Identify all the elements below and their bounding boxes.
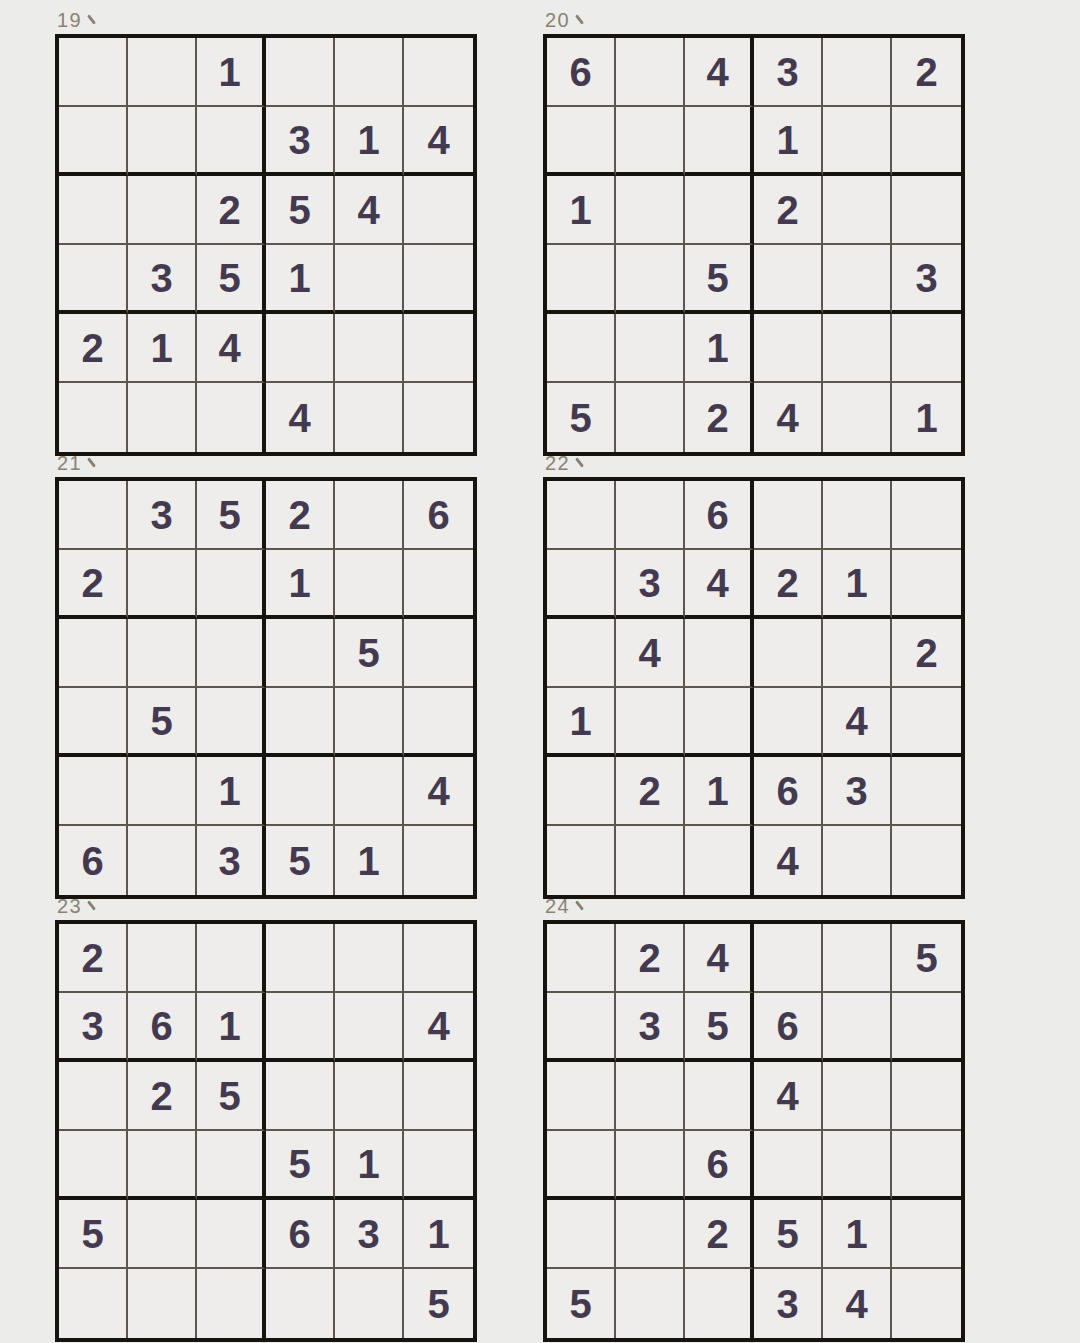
empty-cell-r1c1 xyxy=(59,481,128,550)
given-cell-r5c3: 1 xyxy=(197,757,266,826)
empty-cell-r5c5 xyxy=(335,314,404,383)
empty-cell-r1c4 xyxy=(266,924,335,993)
empty-cell-r6c3 xyxy=(197,383,266,452)
given-cell-r2c2: 3 xyxy=(616,993,685,1062)
empty-cell-r1c1 xyxy=(59,38,128,107)
empty-cell-r4c1 xyxy=(59,1131,128,1200)
puzzle-number-label: 20 xyxy=(545,9,581,31)
empty-cell-r2c6 xyxy=(404,550,473,619)
given-cell-r2c6: 4 xyxy=(404,107,473,176)
given-cell-r5c3: 1 xyxy=(685,757,754,826)
empty-cell-r5c5 xyxy=(335,757,404,826)
given-cell-r2c1: 3 xyxy=(59,993,128,1062)
given-cell-r1c4: 3 xyxy=(754,38,823,107)
given-cell-r3c2: 4 xyxy=(616,619,685,688)
given-cell-r1c1: 2 xyxy=(59,924,128,993)
given-cell-r1c1: 6 xyxy=(547,38,616,107)
puzzle-22: 2263421421421634 xyxy=(543,477,965,899)
empty-cell-r2c5 xyxy=(823,993,892,1062)
puzzle-number-label: 21 xyxy=(57,452,93,474)
empty-cell-r5c1 xyxy=(547,1200,616,1269)
given-cell-r2c1: 2 xyxy=(59,550,128,619)
empty-cell-r6c2 xyxy=(128,1269,197,1338)
empty-cell-r3c3 xyxy=(685,1062,754,1131)
empty-cell-r1c6 xyxy=(404,924,473,993)
given-cell-r3c3: 2 xyxy=(197,176,266,245)
given-cell-r6c1: 5 xyxy=(547,383,616,452)
given-cell-r1c6: 2 xyxy=(892,38,961,107)
given-cell-r4c4: 1 xyxy=(266,245,335,314)
ideographic-comma-mark xyxy=(575,900,584,911)
empty-cell-r4c4 xyxy=(754,1131,823,1200)
empty-cell-r4c6 xyxy=(404,245,473,314)
empty-cell-r4c6 xyxy=(404,688,473,757)
empty-cell-r3c3 xyxy=(685,619,754,688)
empty-cell-r3c1 xyxy=(547,1062,616,1131)
empty-cell-r4c2 xyxy=(128,1131,197,1200)
empty-cell-r6c3 xyxy=(197,1269,266,1338)
given-cell-r2c5: 1 xyxy=(823,550,892,619)
empty-cell-r4c5 xyxy=(335,688,404,757)
empty-cell-r4c2 xyxy=(616,245,685,314)
empty-cell-r4c1 xyxy=(547,1131,616,1200)
given-cell-r4c3: 5 xyxy=(685,245,754,314)
given-cell-r6c4: 4 xyxy=(754,826,823,895)
empty-cell-r2c1 xyxy=(547,550,616,619)
empty-cell-r2c3 xyxy=(197,107,266,176)
given-cell-r5c5: 3 xyxy=(335,1200,404,1269)
given-cell-r1c3: 6 xyxy=(685,481,754,550)
empty-cell-r4c4 xyxy=(754,245,823,314)
given-cell-r2c3: 1 xyxy=(197,993,266,1062)
given-cell-r5c3: 4 xyxy=(197,314,266,383)
given-cell-r6c5: 4 xyxy=(823,1269,892,1338)
given-cell-r6c3: 2 xyxy=(685,383,754,452)
puzzle-19: 1913142543512144 xyxy=(55,34,477,456)
empty-cell-r1c5 xyxy=(823,481,892,550)
puzzle-number-label: 24 xyxy=(545,895,581,917)
empty-cell-r1c1 xyxy=(547,924,616,993)
empty-cell-r4c3 xyxy=(197,1131,266,1200)
given-cell-r2c3: 5 xyxy=(685,993,754,1062)
empty-cell-r6c1 xyxy=(59,383,128,452)
empty-cell-r6c6 xyxy=(404,383,473,452)
given-cell-r5c6: 4 xyxy=(404,757,473,826)
empty-cell-r6c2 xyxy=(128,826,197,895)
empty-cell-r5c1 xyxy=(547,757,616,826)
empty-cell-r4c5 xyxy=(823,1131,892,1200)
given-cell-r5c1: 5 xyxy=(59,1200,128,1269)
empty-cell-r3c6 xyxy=(404,176,473,245)
empty-cell-r3c6 xyxy=(892,1062,961,1131)
empty-cell-r3c2 xyxy=(616,176,685,245)
given-cell-r3c2: 2 xyxy=(128,1062,197,1131)
given-cell-r1c3: 5 xyxy=(197,481,266,550)
given-cell-r6c6: 1 xyxy=(892,383,961,452)
empty-cell-r5c4 xyxy=(266,757,335,826)
given-cell-r4c1: 1 xyxy=(547,688,616,757)
sudoku-board-22: 63421421421634 xyxy=(543,477,965,899)
empty-cell-r6c2 xyxy=(616,826,685,895)
empty-cell-r5c2 xyxy=(616,314,685,383)
given-cell-r5c4: 6 xyxy=(266,1200,335,1269)
empty-cell-r2c5 xyxy=(335,993,404,1062)
empty-cell-r5c4 xyxy=(754,314,823,383)
given-cell-r3c4: 5 xyxy=(266,176,335,245)
puzzle-number-label: 19 xyxy=(57,9,93,31)
empty-cell-r6c1 xyxy=(59,1269,128,1338)
empty-cell-r1c4 xyxy=(754,924,823,993)
empty-cell-r3c6 xyxy=(404,1062,473,1131)
empty-cell-r5c1 xyxy=(59,757,128,826)
given-cell-r6c4: 4 xyxy=(754,383,823,452)
sudoku-board-21: 35262155146351 xyxy=(55,477,477,899)
empty-cell-r2c2 xyxy=(128,550,197,619)
given-cell-r6c4: 5 xyxy=(266,826,335,895)
empty-cell-r1c5 xyxy=(823,924,892,993)
ideographic-comma-mark xyxy=(575,14,584,25)
given-cell-r5c5: 3 xyxy=(823,757,892,826)
empty-cell-r1c5 xyxy=(335,481,404,550)
given-cell-r5c2: 1 xyxy=(128,314,197,383)
empty-cell-r2c6 xyxy=(892,993,961,1062)
puzzle-number: 19 xyxy=(57,9,82,31)
empty-cell-r3c2 xyxy=(128,619,197,688)
given-cell-r2c5: 1 xyxy=(335,107,404,176)
sudoku-board-19: 13142543512144 xyxy=(55,34,477,456)
given-cell-r5c1: 2 xyxy=(59,314,128,383)
empty-cell-r5c4 xyxy=(266,314,335,383)
empty-cell-r4c4 xyxy=(754,688,823,757)
given-cell-r5c3: 2 xyxy=(685,1200,754,1269)
empty-cell-r2c2 xyxy=(616,107,685,176)
empty-cell-r2c1 xyxy=(547,993,616,1062)
given-cell-r2c2: 3 xyxy=(616,550,685,619)
empty-cell-r2c4 xyxy=(266,993,335,1062)
empty-cell-r1c2 xyxy=(616,38,685,107)
empty-cell-r1c3 xyxy=(197,924,266,993)
empty-cell-r4c2 xyxy=(616,688,685,757)
given-cell-r1c4: 2 xyxy=(266,481,335,550)
empty-cell-r4c3 xyxy=(685,688,754,757)
empty-cell-r6c6 xyxy=(892,1269,961,1338)
ideographic-comma-mark xyxy=(87,900,96,911)
empty-cell-r2c2 xyxy=(128,107,197,176)
empty-cell-r5c5 xyxy=(823,314,892,383)
empty-cell-r2c6 xyxy=(892,550,961,619)
empty-cell-r2c5 xyxy=(823,107,892,176)
empty-cell-r1c5 xyxy=(335,924,404,993)
given-cell-r4c4: 5 xyxy=(266,1131,335,1200)
puzzle-number: 21 xyxy=(57,452,82,474)
given-cell-r2c4: 1 xyxy=(754,107,823,176)
empty-cell-r3c3 xyxy=(685,176,754,245)
empty-cell-r1c5 xyxy=(823,38,892,107)
given-cell-r6c4: 4 xyxy=(266,383,335,452)
given-cell-r3c4: 4 xyxy=(754,1062,823,1131)
empty-cell-r5c6 xyxy=(404,314,473,383)
empty-cell-r6c1 xyxy=(547,826,616,895)
empty-cell-r1c6 xyxy=(892,481,961,550)
empty-cell-r3c1 xyxy=(59,619,128,688)
empty-cell-r4c5 xyxy=(823,245,892,314)
empty-cell-r5c1 xyxy=(547,314,616,383)
given-cell-r4c5: 4 xyxy=(823,688,892,757)
sudoku-board-20: 64321125315241 xyxy=(543,34,965,456)
given-cell-r2c4: 2 xyxy=(754,550,823,619)
empty-cell-r1c4 xyxy=(754,481,823,550)
empty-cell-r3c4 xyxy=(754,619,823,688)
empty-cell-r4c6 xyxy=(892,688,961,757)
given-cell-r3c1: 1 xyxy=(547,176,616,245)
given-cell-r5c2: 2 xyxy=(616,757,685,826)
given-cell-r1c3: 4 xyxy=(685,924,754,993)
puzzle-number-label: 22 xyxy=(545,452,581,474)
empty-cell-r2c1 xyxy=(547,107,616,176)
given-cell-r1c2: 3 xyxy=(128,481,197,550)
puzzle-number: 24 xyxy=(545,895,570,917)
empty-cell-r4c6 xyxy=(892,1131,961,1200)
empty-cell-r6c5 xyxy=(823,826,892,895)
puzzle-21: 2135262155146351 xyxy=(55,477,477,899)
given-cell-r3c6: 2 xyxy=(892,619,961,688)
given-cell-r1c3: 1 xyxy=(197,38,266,107)
given-cell-r2c4: 1 xyxy=(266,550,335,619)
given-cell-r3c4: 2 xyxy=(754,176,823,245)
empty-cell-r4c6 xyxy=(404,1131,473,1200)
empty-cell-r6c3 xyxy=(685,826,754,895)
empty-cell-r6c4 xyxy=(266,1269,335,1338)
empty-cell-r3c6 xyxy=(404,619,473,688)
empty-cell-r6c6 xyxy=(404,826,473,895)
puzzle-20: 2064321125315241 xyxy=(543,34,965,456)
given-cell-r4c2: 5 xyxy=(128,688,197,757)
empty-cell-r6c5 xyxy=(823,383,892,452)
empty-cell-r1c2 xyxy=(128,924,197,993)
empty-cell-r3c1 xyxy=(59,1062,128,1131)
empty-cell-r3c6 xyxy=(892,176,961,245)
empty-cell-r6c6 xyxy=(892,826,961,895)
empty-cell-r2c6 xyxy=(892,107,961,176)
empty-cell-r4c1 xyxy=(59,688,128,757)
empty-cell-r6c5 xyxy=(335,383,404,452)
puzzle-number: 23 xyxy=(57,895,82,917)
given-cell-r1c6: 5 xyxy=(892,924,961,993)
empty-cell-r5c2 xyxy=(128,1200,197,1269)
empty-cell-r1c4 xyxy=(266,38,335,107)
empty-cell-r1c1 xyxy=(547,481,616,550)
empty-cell-r6c2 xyxy=(616,1269,685,1338)
empty-cell-r3c2 xyxy=(128,176,197,245)
given-cell-r5c4: 5 xyxy=(754,1200,823,1269)
empty-cell-r3c5 xyxy=(335,1062,404,1131)
empty-cell-r3c5 xyxy=(823,176,892,245)
given-cell-r2c4: 3 xyxy=(266,107,335,176)
given-cell-r5c4: 6 xyxy=(754,757,823,826)
empty-cell-r1c2 xyxy=(128,38,197,107)
given-cell-r5c5: 1 xyxy=(823,1200,892,1269)
given-cell-r3c5: 4 xyxy=(335,176,404,245)
given-cell-r2c2: 6 xyxy=(128,993,197,1062)
empty-cell-r5c6 xyxy=(892,314,961,383)
empty-cell-r1c6 xyxy=(404,38,473,107)
ideographic-comma-mark xyxy=(87,457,96,468)
empty-cell-r4c3 xyxy=(197,688,266,757)
empty-cell-r3c5 xyxy=(823,1062,892,1131)
empty-cell-r6c3 xyxy=(685,1269,754,1338)
given-cell-r5c3: 1 xyxy=(685,314,754,383)
empty-cell-r3c2 xyxy=(616,1062,685,1131)
ideographic-comma-mark xyxy=(87,14,96,25)
empty-cell-r6c2 xyxy=(128,383,197,452)
given-cell-r2c4: 6 xyxy=(754,993,823,1062)
empty-cell-r3c1 xyxy=(59,176,128,245)
given-cell-r1c6: 6 xyxy=(404,481,473,550)
empty-cell-r2c5 xyxy=(335,550,404,619)
empty-cell-r5c3 xyxy=(197,1200,266,1269)
empty-cell-r2c1 xyxy=(59,107,128,176)
puzzle-number-label: 23 xyxy=(57,895,93,917)
given-cell-r4c5: 1 xyxy=(335,1131,404,1200)
empty-cell-r5c6 xyxy=(892,1200,961,1269)
empty-cell-r2c3 xyxy=(197,550,266,619)
given-cell-r5c6: 1 xyxy=(404,1200,473,1269)
given-cell-r6c4: 3 xyxy=(754,1269,823,1338)
empty-cell-r5c6 xyxy=(892,757,961,826)
given-cell-r6c5: 1 xyxy=(335,826,404,895)
puzzle-23: 2323614255156315 xyxy=(55,920,477,1342)
empty-cell-r3c4 xyxy=(266,1062,335,1131)
given-cell-r4c6: 3 xyxy=(892,245,961,314)
given-cell-r6c1: 5 xyxy=(547,1269,616,1338)
given-cell-r6c1: 6 xyxy=(59,826,128,895)
empty-cell-r5c2 xyxy=(616,1200,685,1269)
puzzle-number: 22 xyxy=(545,452,570,474)
empty-cell-r4c5 xyxy=(335,245,404,314)
sudoku-board-23: 23614255156315 xyxy=(55,920,477,1342)
given-cell-r1c2: 2 xyxy=(616,924,685,993)
given-cell-r6c6: 5 xyxy=(404,1269,473,1338)
given-cell-r4c3: 6 xyxy=(685,1131,754,1200)
empty-cell-r4c2 xyxy=(616,1131,685,1200)
puzzle-number: 20 xyxy=(545,9,570,31)
empty-cell-r1c2 xyxy=(616,481,685,550)
puzzle-24: 2424535646251534 xyxy=(543,920,965,1342)
given-cell-r1c3: 4 xyxy=(685,38,754,107)
empty-cell-r3c3 xyxy=(197,619,266,688)
given-cell-r6c3: 3 xyxy=(197,826,266,895)
given-cell-r2c3: 4 xyxy=(685,550,754,619)
empty-cell-r6c5 xyxy=(335,1269,404,1338)
given-cell-r4c3: 5 xyxy=(197,245,266,314)
empty-cell-r3c4 xyxy=(266,619,335,688)
empty-cell-r4c1 xyxy=(547,245,616,314)
empty-cell-r1c5 xyxy=(335,38,404,107)
empty-cell-r3c1 xyxy=(547,619,616,688)
empty-cell-r6c2 xyxy=(616,383,685,452)
given-cell-r3c5: 5 xyxy=(335,619,404,688)
given-cell-r3c3: 5 xyxy=(197,1062,266,1131)
empty-cell-r2c3 xyxy=(685,107,754,176)
ideographic-comma-mark xyxy=(575,457,584,468)
empty-cell-r3c5 xyxy=(823,619,892,688)
empty-cell-r4c1 xyxy=(59,245,128,314)
given-cell-r2c6: 4 xyxy=(404,993,473,1062)
empty-cell-r5c2 xyxy=(128,757,197,826)
empty-cell-r4c4 xyxy=(266,688,335,757)
given-cell-r4c2: 3 xyxy=(128,245,197,314)
sudoku-board-24: 24535646251534 xyxy=(543,920,965,1342)
